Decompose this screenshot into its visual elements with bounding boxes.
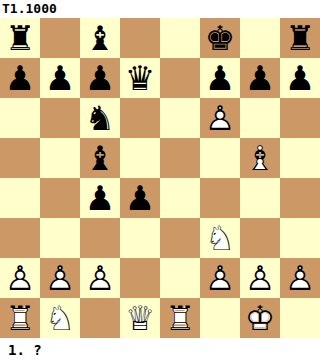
square-a4[interactable] bbox=[0, 178, 40, 218]
square-g8[interactable] bbox=[240, 18, 280, 58]
puzzle-title: T1.1000 bbox=[0, 0, 320, 18]
white-bishop[interactable]: ♗ bbox=[240, 138, 280, 178]
square-d7[interactable]: ♛ bbox=[120, 58, 160, 98]
square-e5[interactable] bbox=[160, 138, 200, 178]
white-pawn[interactable]: ♙ bbox=[280, 258, 320, 298]
square-h5[interactable] bbox=[280, 138, 320, 178]
white-pawn[interactable]: ♙ bbox=[40, 258, 80, 298]
square-c1[interactable] bbox=[80, 298, 120, 338]
square-d8[interactable] bbox=[120, 18, 160, 58]
square-b2[interactable]: ♟♙ bbox=[40, 258, 80, 298]
white-knight[interactable]: ♘ bbox=[200, 218, 240, 258]
black-pawn[interactable]: ♟ bbox=[80, 178, 120, 218]
white-king[interactable]: ♔ bbox=[240, 298, 280, 338]
square-b5[interactable] bbox=[40, 138, 80, 178]
square-b6[interactable] bbox=[40, 98, 80, 138]
square-f3[interactable]: ♞♘ bbox=[200, 218, 240, 258]
square-d6[interactable] bbox=[120, 98, 160, 138]
white-pawn[interactable]: ♙ bbox=[200, 258, 240, 298]
white-queen[interactable]: ♕ bbox=[120, 298, 160, 338]
square-b7[interactable]: ♟ bbox=[40, 58, 80, 98]
square-d4[interactable]: ♟ bbox=[120, 178, 160, 218]
square-f2[interactable]: ♟♙ bbox=[200, 258, 240, 298]
square-c4[interactable]: ♟ bbox=[80, 178, 120, 218]
black-king[interactable]: ♚ bbox=[200, 18, 240, 58]
white-pawn[interactable]: ♙ bbox=[0, 258, 40, 298]
square-g4[interactable] bbox=[240, 178, 280, 218]
square-h1[interactable] bbox=[280, 298, 320, 338]
black-bishop[interactable]: ♝ bbox=[80, 138, 120, 178]
square-f8[interactable]: ♚ bbox=[200, 18, 240, 58]
square-g1[interactable]: ♚♔ bbox=[240, 298, 280, 338]
black-pawn[interactable]: ♟ bbox=[200, 58, 240, 98]
square-d2[interactable] bbox=[120, 258, 160, 298]
square-f4[interactable] bbox=[200, 178, 240, 218]
black-pawn[interactable]: ♟ bbox=[120, 178, 160, 218]
square-d3[interactable] bbox=[120, 218, 160, 258]
square-e3[interactable] bbox=[160, 218, 200, 258]
square-c8[interactable]: ♝ bbox=[80, 18, 120, 58]
black-pawn[interactable]: ♟ bbox=[40, 58, 80, 98]
square-c7[interactable]: ♟ bbox=[80, 58, 120, 98]
square-b3[interactable] bbox=[40, 218, 80, 258]
black-pawn[interactable]: ♟ bbox=[0, 58, 40, 98]
white-rook[interactable]: ♖ bbox=[160, 298, 200, 338]
square-a2[interactable]: ♟♙ bbox=[0, 258, 40, 298]
black-pawn[interactable]: ♟ bbox=[240, 58, 280, 98]
white-knight[interactable]: ♘ bbox=[40, 298, 80, 338]
square-g5[interactable]: ♝♗ bbox=[240, 138, 280, 178]
move-prompt: 1. ? bbox=[0, 338, 320, 360]
square-g3[interactable] bbox=[240, 218, 280, 258]
square-e7[interactable] bbox=[160, 58, 200, 98]
square-f7[interactable]: ♟ bbox=[200, 58, 240, 98]
black-pawn[interactable]: ♟ bbox=[80, 58, 120, 98]
black-rook[interactable]: ♜ bbox=[0, 18, 40, 58]
black-knight[interactable]: ♞ bbox=[80, 98, 120, 138]
square-e2[interactable] bbox=[160, 258, 200, 298]
white-pawn[interactable]: ♙ bbox=[200, 98, 240, 138]
square-c6[interactable]: ♞ bbox=[80, 98, 120, 138]
square-h4[interactable] bbox=[280, 178, 320, 218]
square-c5[interactable]: ♝ bbox=[80, 138, 120, 178]
square-a7[interactable]: ♟ bbox=[0, 58, 40, 98]
square-d5[interactable] bbox=[120, 138, 160, 178]
square-g2[interactable]: ♟♙ bbox=[240, 258, 280, 298]
square-a8[interactable]: ♜ bbox=[0, 18, 40, 58]
square-h2[interactable]: ♟♙ bbox=[280, 258, 320, 298]
square-g7[interactable]: ♟ bbox=[240, 58, 280, 98]
white-pawn[interactable]: ♙ bbox=[80, 258, 120, 298]
square-b1[interactable]: ♞♘ bbox=[40, 298, 80, 338]
square-h7[interactable]: ♟ bbox=[280, 58, 320, 98]
square-e1[interactable]: ♜♖ bbox=[160, 298, 200, 338]
square-h8[interactable]: ♜ bbox=[280, 18, 320, 58]
square-e4[interactable] bbox=[160, 178, 200, 218]
square-e8[interactable] bbox=[160, 18, 200, 58]
chess-puzzle-window: T1.1000 ♜♝♚♜♟♟♟♛♟♟♟♞♟♙♝♝♗♟♟♞♘♟♙♟♙♟♙♟♙♟♙♟… bbox=[0, 0, 320, 360]
square-e6[interactable] bbox=[160, 98, 200, 138]
square-a3[interactable] bbox=[0, 218, 40, 258]
white-rook[interactable]: ♖ bbox=[0, 298, 40, 338]
square-f5[interactable] bbox=[200, 138, 240, 178]
square-h6[interactable] bbox=[280, 98, 320, 138]
black-bishop[interactable]: ♝ bbox=[80, 18, 120, 58]
square-g6[interactable] bbox=[240, 98, 280, 138]
square-a6[interactable] bbox=[0, 98, 40, 138]
square-c2[interactable]: ♟♙ bbox=[80, 258, 120, 298]
black-rook[interactable]: ♜ bbox=[280, 18, 320, 58]
square-a5[interactable] bbox=[0, 138, 40, 178]
square-b4[interactable] bbox=[40, 178, 80, 218]
square-d1[interactable]: ♛♕ bbox=[120, 298, 160, 338]
black-pawn[interactable]: ♟ bbox=[280, 58, 320, 98]
square-f1[interactable] bbox=[200, 298, 240, 338]
square-a1[interactable]: ♜♖ bbox=[0, 298, 40, 338]
square-b8[interactable] bbox=[40, 18, 80, 58]
square-f6[interactable]: ♟♙ bbox=[200, 98, 240, 138]
square-h3[interactable] bbox=[280, 218, 320, 258]
white-pawn[interactable]: ♙ bbox=[240, 258, 280, 298]
chess-board: ♜♝♚♜♟♟♟♛♟♟♟♞♟♙♝♝♗♟♟♞♘♟♙♟♙♟♙♟♙♟♙♟♙♜♖♞♘♛♕♜… bbox=[0, 18, 320, 338]
black-queen[interactable]: ♛ bbox=[120, 58, 160, 98]
square-c3[interactable] bbox=[80, 218, 120, 258]
